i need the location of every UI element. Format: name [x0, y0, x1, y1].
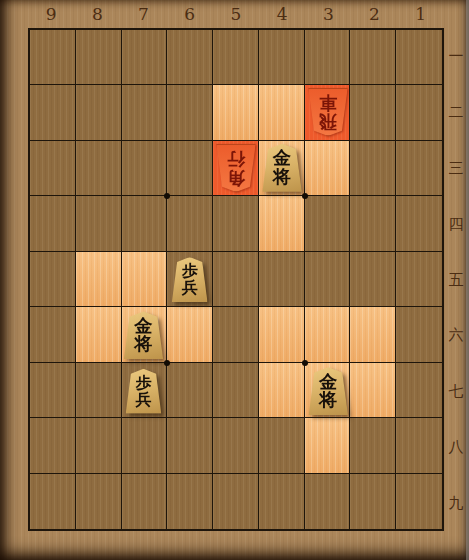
- file-label-3: 3: [313, 4, 343, 24]
- piece-kanji: 兵: [136, 391, 152, 408]
- piece-gold-general-7-6[interactable]: 金将: [123, 311, 164, 359]
- rank-label-2: 二: [444, 102, 468, 122]
- square-9-2[interactable]: [30, 85, 76, 140]
- square-5-6[interactable]: [213, 307, 259, 362]
- square-9-3[interactable]: [30, 141, 76, 196]
- square-2-5[interactable]: [350, 252, 396, 307]
- rank-label-1: 一: [444, 46, 468, 66]
- piece-gold-general-3-7[interactable]: 金将: [308, 367, 349, 415]
- square-9-6[interactable]: [30, 307, 76, 362]
- hoshi-dot: [164, 360, 170, 366]
- square-5-4[interactable]: [213, 196, 259, 251]
- piece-gold-general-4-3[interactable]: 金将: [262, 144, 303, 192]
- square-6-4[interactable]: [167, 196, 213, 251]
- square-7-9[interactable]: [122, 474, 168, 529]
- board-grid: [28, 28, 444, 531]
- piece-kanji: 金: [135, 317, 153, 336]
- shogi-board: 987654321 一二三四五六七八九 飛車角行金将歩兵金将歩兵金将: [0, 0, 469, 560]
- square-3-5[interactable]: [305, 252, 351, 307]
- square-8-3[interactable]: [76, 141, 122, 196]
- square-4-6[interactable]: [259, 307, 305, 362]
- piece-kanji: 角: [227, 168, 245, 187]
- square-2-8[interactable]: [350, 418, 396, 473]
- square-2-3[interactable]: [350, 141, 396, 196]
- piece-pawn-6-5[interactable]: 歩兵: [171, 257, 208, 302]
- square-1-6[interactable]: [396, 307, 442, 362]
- square-6-3[interactable]: [167, 141, 213, 196]
- square-4-5[interactable]: [259, 252, 305, 307]
- square-6-2[interactable]: [167, 85, 213, 140]
- square-5-9[interactable]: [213, 474, 259, 529]
- square-6-6[interactable]: [167, 307, 213, 362]
- square-2-2[interactable]: [350, 85, 396, 140]
- rank-label-4: 四: [444, 214, 468, 234]
- square-5-5[interactable]: [213, 252, 259, 307]
- square-1-7[interactable]: [396, 363, 442, 418]
- square-1-3[interactable]: [396, 141, 442, 196]
- square-3-6[interactable]: [305, 307, 351, 362]
- rank-label-6: 六: [444, 325, 468, 345]
- square-9-9[interactable]: [30, 474, 76, 529]
- square-4-1[interactable]: [259, 30, 305, 85]
- square-5-8[interactable]: [213, 418, 259, 473]
- square-7-8[interactable]: [122, 418, 168, 473]
- piece-kanji: 将: [273, 168, 291, 187]
- hoshi-dot: [302, 360, 308, 366]
- rank-label-3: 三: [444, 158, 468, 178]
- square-5-2[interactable]: [213, 85, 259, 140]
- file-label-7: 7: [129, 4, 159, 24]
- square-8-1[interactable]: [76, 30, 122, 85]
- file-label-2: 2: [360, 4, 390, 24]
- piece-kanji: 将: [319, 391, 337, 410]
- square-3-9[interactable]: [305, 474, 351, 529]
- square-1-2[interactable]: [396, 85, 442, 140]
- square-6-8[interactable]: [167, 418, 213, 473]
- square-8-2[interactable]: [76, 85, 122, 140]
- square-3-1[interactable]: [305, 30, 351, 85]
- file-label-4: 4: [267, 4, 297, 24]
- piece-bishop-5-3[interactable]: 角行: [215, 144, 256, 192]
- square-2-6[interactable]: [350, 307, 396, 362]
- square-5-1[interactable]: [213, 30, 259, 85]
- square-4-2[interactable]: [259, 85, 305, 140]
- square-9-7[interactable]: [30, 363, 76, 418]
- file-label-1: 1: [406, 4, 436, 24]
- square-2-1[interactable]: [350, 30, 396, 85]
- piece-pawn-7-7[interactable]: 歩兵: [125, 369, 162, 414]
- piece-rook-3-2[interactable]: 飛車: [308, 88, 349, 136]
- square-8-6[interactable]: [76, 307, 122, 362]
- piece-kanji: 行: [227, 149, 245, 168]
- file-label-9: 9: [36, 4, 66, 24]
- square-1-1[interactable]: [396, 30, 442, 85]
- square-2-7[interactable]: [350, 363, 396, 418]
- hoshi-dot: [164, 193, 170, 199]
- square-7-5[interactable]: [122, 252, 168, 307]
- square-8-9[interactable]: [76, 474, 122, 529]
- square-1-5[interactable]: [396, 252, 442, 307]
- rank-label-9: 九: [444, 493, 468, 513]
- square-6-1[interactable]: [167, 30, 213, 85]
- square-9-4[interactable]: [30, 196, 76, 251]
- piece-kanji: 飛: [319, 112, 337, 131]
- square-3-8[interactable]: [305, 418, 351, 473]
- piece-kanji: 金: [319, 373, 337, 392]
- square-9-1[interactable]: [30, 30, 76, 85]
- square-2-4[interactable]: [350, 196, 396, 251]
- square-1-9[interactable]: [396, 474, 442, 529]
- square-8-7[interactable]: [76, 363, 122, 418]
- square-6-9[interactable]: [167, 474, 213, 529]
- rank-label-8: 八: [444, 437, 468, 457]
- square-9-8[interactable]: [30, 418, 76, 473]
- square-8-5[interactable]: [76, 252, 122, 307]
- square-7-4[interactable]: [122, 196, 168, 251]
- square-5-7[interactable]: [213, 363, 259, 418]
- square-6-7[interactable]: [167, 363, 213, 418]
- piece-kanji: 将: [135, 335, 153, 354]
- file-label-8: 8: [82, 4, 112, 24]
- square-2-9[interactable]: [350, 474, 396, 529]
- file-label-5: 5: [221, 4, 251, 24]
- square-4-7[interactable]: [259, 363, 305, 418]
- square-1-8[interactable]: [396, 418, 442, 473]
- piece-kanji: 兵: [182, 280, 198, 297]
- rank-label-7: 七: [444, 381, 468, 401]
- square-3-4[interactable]: [305, 196, 351, 251]
- piece-kanji: 歩: [136, 375, 152, 392]
- piece-kanji: 歩: [182, 263, 198, 280]
- square-9-5[interactable]: [30, 252, 76, 307]
- rank-label-5: 五: [444, 270, 468, 290]
- square-1-4[interactable]: [396, 196, 442, 251]
- square-8-8[interactable]: [76, 418, 122, 473]
- square-3-3[interactable]: [305, 141, 351, 196]
- square-4-8[interactable]: [259, 418, 305, 473]
- file-label-6: 6: [175, 4, 205, 24]
- square-4-4[interactable]: [259, 196, 305, 251]
- square-7-2[interactable]: [122, 85, 168, 140]
- square-4-9[interactable]: [259, 474, 305, 529]
- square-7-3[interactable]: [122, 141, 168, 196]
- piece-kanji: 金: [273, 149, 291, 168]
- hoshi-dot: [302, 193, 308, 199]
- square-7-1[interactable]: [122, 30, 168, 85]
- piece-kanji: 車: [319, 93, 337, 112]
- square-8-4[interactable]: [76, 196, 122, 251]
